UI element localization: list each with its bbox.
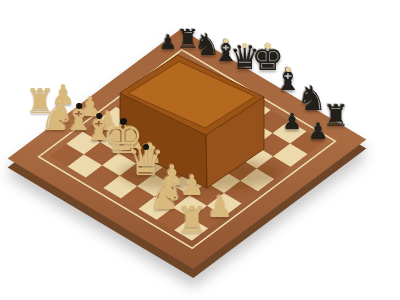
- white-rook: ♜: [176, 202, 208, 238]
- pawn-glyph: ♟: [282, 111, 302, 133]
- chess-set-photo: ♜♟♞♝♟♟♝♚♟♟♛♟♞♟♜♟♟♜♞♝♛♚♝♞♜♟♟: [0, 0, 400, 300]
- rook-glyph: ♜: [176, 202, 208, 238]
- storage-box: [0, 0, 400, 300]
- white-pawn: ♟: [207, 192, 234, 222]
- pawn-glyph: ♟: [207, 192, 234, 222]
- pawn-glyph: ♟: [308, 120, 329, 143]
- black-pawn: ♟: [308, 120, 329, 143]
- black-pawn: ♟: [282, 111, 302, 133]
